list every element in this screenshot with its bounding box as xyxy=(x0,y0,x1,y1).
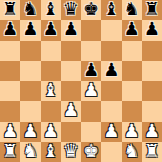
square-a2[interactable]: ♟ xyxy=(0,122,20,142)
square-h6[interactable] xyxy=(142,41,162,61)
piece-white-pawn[interactable]: ♟ xyxy=(43,122,59,140)
square-d6[interactable] xyxy=(61,41,81,61)
piece-white-pawn[interactable]: ♟ xyxy=(22,122,38,140)
piece-white-queen[interactable]: ♛ xyxy=(63,142,79,160)
square-d7[interactable]: ♟ xyxy=(61,20,81,40)
square-e6[interactable] xyxy=(81,41,101,61)
square-f4[interactable] xyxy=(101,81,121,101)
square-c6[interactable] xyxy=(41,41,61,61)
square-e4[interactable]: ♟ xyxy=(81,81,101,101)
square-g8[interactable]: ♞ xyxy=(122,0,142,20)
piece-white-pawn[interactable]: ♟ xyxy=(83,81,99,99)
piece-white-rook[interactable]: ♜ xyxy=(2,142,18,160)
square-g5[interactable] xyxy=(122,61,142,81)
piece-black-queen[interactable]: ♛ xyxy=(63,0,79,18)
square-b7[interactable]: ♟ xyxy=(20,20,40,40)
square-e2[interactable] xyxy=(81,122,101,142)
piece-black-bishop[interactable]: ♝ xyxy=(43,0,59,18)
square-e3[interactable] xyxy=(81,101,101,121)
piece-black-pawn[interactable]: ♟ xyxy=(2,20,18,38)
square-a1[interactable]: ♜ xyxy=(0,142,20,162)
square-c2[interactable]: ♟ xyxy=(41,122,61,142)
square-h1[interactable]: ♜ xyxy=(142,142,162,162)
piece-black-knight[interactable]: ♞ xyxy=(124,0,140,18)
square-f5[interactable]: ♟ xyxy=(101,61,121,81)
square-g1[interactable]: ♞ xyxy=(122,142,142,162)
square-f1[interactable] xyxy=(101,142,121,162)
square-h3[interactable] xyxy=(142,101,162,121)
square-b2[interactable]: ♟ xyxy=(20,122,40,142)
piece-black-pawn[interactable]: ♟ xyxy=(144,20,160,38)
square-d2[interactable] xyxy=(61,122,81,142)
square-b3[interactable] xyxy=(20,101,40,121)
piece-white-bishop[interactable]: ♝ xyxy=(43,142,59,160)
piece-black-pawn[interactable]: ♟ xyxy=(63,20,79,38)
square-a3[interactable] xyxy=(0,101,20,121)
piece-white-rook[interactable]: ♜ xyxy=(144,142,160,160)
square-d4[interactable] xyxy=(61,81,81,101)
square-c5[interactable] xyxy=(41,61,61,81)
square-a4[interactable] xyxy=(0,81,20,101)
piece-white-pawn[interactable]: ♟ xyxy=(63,101,79,119)
piece-white-king[interactable]: ♚ xyxy=(83,142,99,160)
piece-black-pawn[interactable]: ♟ xyxy=(124,20,140,38)
square-b5[interactable] xyxy=(20,61,40,81)
square-f7[interactable] xyxy=(101,20,121,40)
piece-white-knight[interactable]: ♞ xyxy=(22,142,38,160)
square-b6[interactable] xyxy=(20,41,40,61)
square-b4[interactable] xyxy=(20,81,40,101)
piece-black-pawn[interactable]: ♟ xyxy=(22,20,38,38)
piece-black-bishop[interactable]: ♝ xyxy=(103,0,119,18)
piece-black-rook[interactable]: ♜ xyxy=(2,0,18,18)
piece-black-knight[interactable]: ♞ xyxy=(22,0,38,18)
square-h8[interactable]: ♜ xyxy=(142,0,162,20)
square-e5[interactable]: ♟ xyxy=(81,61,101,81)
square-f2[interactable]: ♟ xyxy=(101,122,121,142)
square-c3[interactable] xyxy=(41,101,61,121)
chess-board: ♜♞♝♛♚♝♞♜♟♟♟♟♟♟♟♟♝♟♟♟♟♟♟♟♟♜♞♝♛♚♞♜ xyxy=(0,0,162,162)
square-g3[interactable] xyxy=(122,101,142,121)
piece-white-pawn[interactable]: ♟ xyxy=(103,122,119,140)
square-b8[interactable]: ♞ xyxy=(20,0,40,20)
square-a6[interactable] xyxy=(0,41,20,61)
square-f8[interactable]: ♝ xyxy=(101,0,121,20)
square-c1[interactable]: ♝ xyxy=(41,142,61,162)
square-e8[interactable]: ♚ xyxy=(81,0,101,20)
square-h2[interactable]: ♟ xyxy=(142,122,162,142)
piece-white-pawn[interactable]: ♟ xyxy=(124,122,140,140)
square-f6[interactable] xyxy=(101,41,121,61)
piece-white-pawn[interactable]: ♟ xyxy=(2,122,18,140)
square-e1[interactable]: ♚ xyxy=(81,142,101,162)
piece-white-bishop[interactable]: ♝ xyxy=(43,81,59,99)
square-d3[interactable]: ♟ xyxy=(61,101,81,121)
square-f3[interactable] xyxy=(101,101,121,121)
square-c4[interactable]: ♝ xyxy=(41,81,61,101)
square-h7[interactable]: ♟ xyxy=(142,20,162,40)
square-g2[interactable]: ♟ xyxy=(122,122,142,142)
piece-black-pawn[interactable]: ♟ xyxy=(83,61,99,79)
square-g4[interactable] xyxy=(122,81,142,101)
square-d1[interactable]: ♛ xyxy=(61,142,81,162)
square-b1[interactable]: ♞ xyxy=(20,142,40,162)
square-c7[interactable]: ♟ xyxy=(41,20,61,40)
square-e7[interactable] xyxy=(81,20,101,40)
square-a5[interactable] xyxy=(0,61,20,81)
square-d8[interactable]: ♛ xyxy=(61,0,81,20)
square-d5[interactable] xyxy=(61,61,81,81)
square-c8[interactable]: ♝ xyxy=(41,0,61,20)
piece-black-pawn[interactable]: ♟ xyxy=(43,20,59,38)
piece-black-rook[interactable]: ♜ xyxy=(144,0,160,18)
square-g6[interactable] xyxy=(122,41,142,61)
square-a7[interactable]: ♟ xyxy=(0,20,20,40)
piece-black-king[interactable]: ♚ xyxy=(83,0,99,18)
square-a8[interactable]: ♜ xyxy=(0,0,20,20)
square-h4[interactable] xyxy=(142,81,162,101)
piece-black-pawn[interactable]: ♟ xyxy=(103,61,119,79)
piece-white-knight[interactable]: ♞ xyxy=(124,142,140,160)
square-g7[interactable]: ♟ xyxy=(122,20,142,40)
square-h5[interactable] xyxy=(142,61,162,81)
piece-white-pawn[interactable]: ♟ xyxy=(144,122,160,140)
